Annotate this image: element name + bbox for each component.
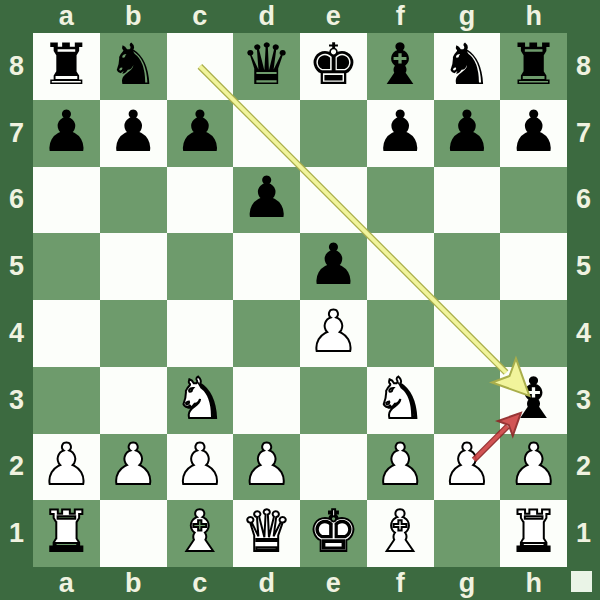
- square-f4[interactable]: [367, 300, 434, 367]
- piece-white-pawn[interactable]: ♟: [41, 436, 92, 493]
- square-b8[interactable]: ♞: [100, 33, 167, 100]
- piece-black-pawn[interactable]: ♟: [375, 103, 426, 160]
- piece-white-pawn[interactable]: ♟: [108, 436, 159, 493]
- chessboard-widget: abcdefgh abcdefgh 87654321 87654321 ♜♞♛♚…: [0, 0, 600, 600]
- piece-black-pawn[interactable]: ♟: [441, 103, 492, 160]
- file-label-d: d: [233, 567, 300, 600]
- square-c5[interactable]: [167, 233, 234, 300]
- square-b5[interactable]: [100, 233, 167, 300]
- piece-white-king[interactable]: ♚: [308, 503, 359, 560]
- square-c3[interactable]: ♞: [167, 367, 234, 434]
- piece-white-pawn[interactable]: ♟: [174, 436, 225, 493]
- rank-label-7: 7: [0, 100, 33, 167]
- rank-label-3: 3: [0, 367, 33, 434]
- square-a1[interactable]: ♜: [33, 500, 100, 567]
- rank-label-4: 4: [0, 300, 33, 367]
- square-b1[interactable]: [100, 500, 167, 567]
- piece-black-pawn[interactable]: ♟: [174, 103, 225, 160]
- square-h8[interactable]: ♜: [500, 33, 567, 100]
- piece-white-queen[interactable]: ♛: [241, 503, 292, 560]
- square-a3[interactable]: [33, 367, 100, 434]
- file-label-e: e: [300, 567, 367, 600]
- square-h7[interactable]: ♟: [500, 100, 567, 167]
- file-label-g: g: [434, 567, 501, 600]
- rank-label-8: 8: [0, 33, 33, 100]
- file-label-h: h: [500, 567, 567, 600]
- piece-black-pawn[interactable]: ♟: [41, 103, 92, 160]
- square-d8[interactable]: ♛: [233, 33, 300, 100]
- file-label-a: a: [33, 0, 100, 33]
- piece-black-rook[interactable]: ♜: [508, 36, 559, 93]
- piece-white-bishop[interactable]: ♝: [174, 503, 225, 560]
- piece-black-knight[interactable]: ♞: [441, 36, 492, 93]
- square-f5[interactable]: [367, 233, 434, 300]
- square-d7[interactable]: [233, 100, 300, 167]
- square-f8[interactable]: ♝: [367, 33, 434, 100]
- piece-black-rook[interactable]: ♜: [41, 36, 92, 93]
- square-c6[interactable]: [167, 167, 234, 234]
- square-c4[interactable]: [167, 300, 234, 367]
- side-to-move-indicator: [571, 571, 592, 592]
- square-e6[interactable]: [300, 167, 367, 234]
- file-label-f: f: [367, 0, 434, 33]
- rank-label-6: 6: [567, 167, 600, 234]
- square-g5[interactable]: [434, 233, 501, 300]
- square-b2[interactable]: ♟: [100, 434, 167, 501]
- square-f6[interactable]: [367, 167, 434, 234]
- square-f7[interactable]: ♟: [367, 100, 434, 167]
- square-c8[interactable]: [167, 33, 234, 100]
- square-f2[interactable]: ♟: [367, 434, 434, 501]
- piece-black-pawn[interactable]: ♟: [508, 103, 559, 160]
- square-a4[interactable]: [33, 300, 100, 367]
- rank-labels-left: 87654321: [0, 33, 33, 567]
- square-e7[interactable]: [300, 100, 367, 167]
- square-e5[interactable]: ♟: [300, 233, 367, 300]
- file-labels-top: abcdefgh: [33, 0, 567, 33]
- square-g1[interactable]: [434, 500, 501, 567]
- square-h2[interactable]: ♟: [500, 434, 567, 501]
- rank-label-2: 2: [0, 434, 33, 501]
- square-a2[interactable]: ♟: [33, 434, 100, 501]
- square-f1[interactable]: ♝: [367, 500, 434, 567]
- file-label-a: a: [33, 567, 100, 600]
- square-g6[interactable]: [434, 167, 501, 234]
- rank-label-6: 6: [0, 167, 33, 234]
- square-e8[interactable]: ♚: [300, 33, 367, 100]
- square-b4[interactable]: [100, 300, 167, 367]
- file-label-g: g: [434, 0, 501, 33]
- file-label-h: h: [500, 0, 567, 33]
- square-a5[interactable]: [33, 233, 100, 300]
- square-e3[interactable]: [300, 367, 367, 434]
- square-d2[interactable]: ♟: [233, 434, 300, 501]
- square-g7[interactable]: ♟: [434, 100, 501, 167]
- square-c1[interactable]: ♝: [167, 500, 234, 567]
- square-f3[interactable]: ♞: [367, 367, 434, 434]
- square-c2[interactable]: ♟: [167, 434, 234, 501]
- rank-labels-right: 87654321: [567, 33, 600, 567]
- piece-black-pawn[interactable]: ♟: [308, 236, 359, 293]
- square-a6[interactable]: [33, 167, 100, 234]
- piece-white-pawn[interactable]: ♟: [441, 436, 492, 493]
- piece-black-knight[interactable]: ♞: [108, 36, 159, 93]
- rank-label-3: 3: [567, 367, 600, 434]
- piece-white-knight[interactable]: ♞: [174, 370, 225, 427]
- square-e2[interactable]: [300, 434, 367, 501]
- piece-white-bishop[interactable]: ♝: [375, 503, 426, 560]
- file-label-c: c: [167, 567, 234, 600]
- rank-label-5: 5: [567, 233, 600, 300]
- square-g3[interactable]: [434, 367, 501, 434]
- piece-black-bishop[interactable]: ♝: [508, 370, 559, 427]
- square-h5[interactable]: [500, 233, 567, 300]
- square-h3[interactable]: ♝: [500, 367, 567, 434]
- rank-label-4: 4: [567, 300, 600, 367]
- square-h4[interactable]: [500, 300, 567, 367]
- board-grid: ♜♞♛♚♝♞♜♟♟♟♟♟♟♟♟♟♞♞♝♟♟♟♟♟♟♟♜♝♛♚♝♜: [33, 33, 567, 567]
- square-c7[interactable]: ♟: [167, 100, 234, 167]
- square-e4[interactable]: ♟: [300, 300, 367, 367]
- piece-white-pawn[interactable]: ♟: [308, 303, 359, 360]
- rank-label-1: 1: [567, 500, 600, 567]
- square-g2[interactable]: ♟: [434, 434, 501, 501]
- file-label-b: b: [100, 0, 167, 33]
- square-d4[interactable]: [233, 300, 300, 367]
- piece-white-pawn[interactable]: ♟: [375, 436, 426, 493]
- piece-black-bishop[interactable]: ♝: [375, 36, 426, 93]
- square-d1[interactable]: ♛: [233, 500, 300, 567]
- file-label-f: f: [367, 567, 434, 600]
- rank-label-8: 8: [567, 33, 600, 100]
- square-a8[interactable]: ♜: [33, 33, 100, 100]
- file-labels-bottom: abcdefgh: [33, 567, 567, 600]
- square-g8[interactable]: ♞: [434, 33, 501, 100]
- square-g4[interactable]: [434, 300, 501, 367]
- piece-black-king[interactable]: ♚: [308, 36, 359, 93]
- square-h1[interactable]: ♜: [500, 500, 567, 567]
- rank-label-5: 5: [0, 233, 33, 300]
- piece-white-pawn[interactable]: ♟: [241, 436, 292, 493]
- rank-label-7: 7: [567, 100, 600, 167]
- square-a7[interactable]: ♟: [33, 100, 100, 167]
- square-d6[interactable]: ♟: [233, 167, 300, 234]
- piece-black-pawn[interactable]: ♟: [241, 169, 292, 226]
- square-d5[interactable]: [233, 233, 300, 300]
- piece-white-rook[interactable]: ♜: [508, 503, 559, 560]
- piece-white-pawn[interactable]: ♟: [508, 436, 559, 493]
- file-label-e: e: [300, 0, 367, 33]
- piece-white-rook[interactable]: ♜: [41, 503, 92, 560]
- rank-label-2: 2: [567, 434, 600, 501]
- square-b3[interactable]: [100, 367, 167, 434]
- piece-white-knight[interactable]: ♞: [375, 370, 426, 427]
- square-h6[interactable]: [500, 167, 567, 234]
- file-label-d: d: [233, 0, 300, 33]
- square-e1[interactable]: ♚: [300, 500, 367, 567]
- piece-black-pawn[interactable]: ♟: [108, 103, 159, 160]
- piece-black-queen[interactable]: ♛: [241, 36, 292, 93]
- square-b7[interactable]: ♟: [100, 100, 167, 167]
- square-b6[interactable]: [100, 167, 167, 234]
- file-label-c: c: [167, 0, 234, 33]
- rank-label-1: 1: [0, 500, 33, 567]
- square-d3[interactable]: [233, 367, 300, 434]
- file-label-b: b: [100, 567, 167, 600]
